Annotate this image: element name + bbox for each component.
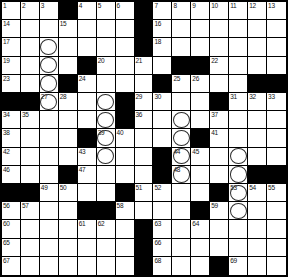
clue-number: 24 xyxy=(79,75,86,82)
white-cell[interactable] xyxy=(116,148,135,166)
white-cell[interactable]: 66 xyxy=(153,239,172,257)
white-cell[interactable]: 13 xyxy=(267,2,286,20)
white-cell[interactable] xyxy=(229,57,248,75)
clue-number: 62 xyxy=(98,220,105,227)
white-cell[interactable] xyxy=(21,148,40,166)
black-cell xyxy=(2,184,21,202)
white-cell[interactable] xyxy=(172,239,191,257)
white-cell[interactable] xyxy=(116,20,135,38)
white-cell[interactable] xyxy=(21,220,40,238)
circle-marker xyxy=(40,57,57,73)
white-cell[interactable] xyxy=(191,93,210,111)
white-cell[interactable] xyxy=(78,38,97,56)
white-cell[interactable] xyxy=(191,166,210,184)
white-cell[interactable]: 63 xyxy=(153,220,172,238)
clue-number: 1 xyxy=(3,2,6,9)
white-cell[interactable] xyxy=(172,38,191,56)
white-cell[interactable] xyxy=(116,38,135,56)
clue-number: 22 xyxy=(211,57,218,64)
white-cell[interactable] xyxy=(40,38,59,56)
clue-number: 26 xyxy=(192,75,199,82)
white-cell[interactable] xyxy=(248,111,267,129)
white-cell[interactable] xyxy=(248,38,267,56)
white-cell[interactable]: 58 xyxy=(116,202,135,220)
white-cell[interactable] xyxy=(248,239,267,257)
black-cell xyxy=(267,166,286,184)
white-cell[interactable] xyxy=(172,202,191,220)
clue-number: 11 xyxy=(230,2,236,9)
white-cell[interactable]: 41 xyxy=(210,129,229,147)
white-cell[interactable] xyxy=(97,239,116,257)
white-cell[interactable]: 25 xyxy=(172,75,191,93)
white-cell[interactable] xyxy=(135,75,154,93)
white-cell[interactable] xyxy=(248,57,267,75)
white-cell[interactable]: 10 xyxy=(210,2,229,20)
black-cell xyxy=(21,93,40,111)
white-cell[interactable]: 4 xyxy=(78,2,97,20)
white-cell[interactable] xyxy=(191,111,210,129)
white-cell[interactable]: 61 xyxy=(78,220,97,238)
clue-number: 4 xyxy=(79,2,82,9)
white-cell[interactable]: 44 xyxy=(172,148,191,166)
white-cell[interactable] xyxy=(229,38,248,56)
white-cell[interactable] xyxy=(78,111,97,129)
white-cell[interactable]: 55 xyxy=(267,184,286,202)
white-cell[interactable]: 38 xyxy=(2,129,21,147)
circle-marker xyxy=(97,148,114,164)
white-cell[interactable]: 14 xyxy=(2,20,21,38)
clue-number: 40 xyxy=(117,129,124,136)
clue-number: 47 xyxy=(79,166,86,173)
white-cell[interactable] xyxy=(191,239,210,257)
white-cell[interactable]: 62 xyxy=(97,220,116,238)
white-cell[interactable] xyxy=(59,257,78,275)
white-cell[interactable] xyxy=(59,148,78,166)
white-cell[interactable] xyxy=(40,220,59,238)
clue-number: 49 xyxy=(41,184,48,191)
white-cell[interactable] xyxy=(248,202,267,220)
white-cell[interactable] xyxy=(153,202,172,220)
white-cell[interactable] xyxy=(21,239,40,257)
black-cell xyxy=(78,129,97,147)
black-cell xyxy=(59,2,78,20)
clue-number: 63 xyxy=(154,220,161,227)
white-cell[interactable] xyxy=(59,129,78,147)
white-cell[interactable] xyxy=(267,148,286,166)
black-cell xyxy=(2,93,21,111)
white-cell[interactable] xyxy=(172,111,191,129)
white-cell[interactable] xyxy=(229,75,248,93)
white-cell[interactable]: 5 xyxy=(97,2,116,20)
clue-number: 36 xyxy=(136,111,143,118)
white-cell[interactable] xyxy=(229,220,248,238)
white-cell[interactable]: 23 xyxy=(2,75,21,93)
white-cell[interactable] xyxy=(191,257,210,275)
clue-number: 16 xyxy=(154,20,161,27)
white-cell[interactable]: 45 xyxy=(191,148,210,166)
white-cell[interactable]: 30 xyxy=(153,93,172,111)
white-cell[interactable] xyxy=(229,239,248,257)
white-cell[interactable] xyxy=(172,184,191,202)
clue-number: 65 xyxy=(3,239,10,246)
white-cell[interactable]: 57 xyxy=(21,202,40,220)
black-cell xyxy=(21,184,40,202)
clue-number: 6 xyxy=(117,2,120,9)
white-cell[interactable]: 69 xyxy=(229,257,248,275)
clue-number: 46 xyxy=(3,166,10,173)
white-cell[interactable]: 56 xyxy=(2,202,21,220)
white-cell[interactable]: 54 xyxy=(248,184,267,202)
white-cell[interactable] xyxy=(78,239,97,257)
clue-number: 2 xyxy=(22,2,25,9)
white-cell[interactable]: 22 xyxy=(210,57,229,75)
black-cell xyxy=(135,38,154,56)
black-cell xyxy=(248,75,267,93)
black-cell xyxy=(135,257,154,275)
white-cell[interactable]: 50 xyxy=(59,184,78,202)
white-cell[interactable] xyxy=(248,20,267,38)
black-cell xyxy=(97,202,116,220)
circle-marker xyxy=(173,130,190,146)
clue-number: 41 xyxy=(211,129,218,136)
clue-number: 42 xyxy=(3,148,10,155)
clue-number: 39 xyxy=(98,129,105,136)
white-cell[interactable] xyxy=(59,202,78,220)
clue-number: 59 xyxy=(211,202,218,209)
white-cell[interactable] xyxy=(210,20,229,38)
white-cell[interactable] xyxy=(21,166,40,184)
white-cell[interactable] xyxy=(78,20,97,38)
clue-number: 61 xyxy=(79,220,86,227)
white-cell[interactable] xyxy=(191,38,210,56)
white-cell[interactable]: 27 xyxy=(40,93,59,111)
white-cell[interactable]: 8 xyxy=(172,2,191,20)
clue-number: 13 xyxy=(268,2,275,9)
clue-number: 37 xyxy=(211,111,218,118)
white-cell[interactable]: 34 xyxy=(2,111,21,129)
white-cell[interactable] xyxy=(267,111,286,129)
white-cell[interactable] xyxy=(97,257,116,275)
clue-number: 14 xyxy=(3,20,10,27)
white-cell[interactable]: 42 xyxy=(2,148,21,166)
black-cell xyxy=(135,2,154,20)
white-cell[interactable] xyxy=(40,75,59,93)
clue-number: 58 xyxy=(117,202,124,209)
white-cell[interactable] xyxy=(267,257,286,275)
white-cell[interactable] xyxy=(267,57,286,75)
white-cell[interactable]: 43 xyxy=(78,148,97,166)
black-cell xyxy=(135,239,154,257)
clue-number: 33 xyxy=(268,93,275,100)
clue-number: 23 xyxy=(3,75,10,82)
clue-number: 3 xyxy=(41,2,44,9)
white-cell[interactable] xyxy=(40,111,59,129)
white-cell[interactable]: 1 xyxy=(2,2,21,20)
white-cell[interactable]: 47 xyxy=(78,166,97,184)
white-cell[interactable] xyxy=(267,38,286,56)
white-cell[interactable] xyxy=(40,148,59,166)
black-cell xyxy=(210,184,229,202)
white-cell[interactable] xyxy=(97,93,116,111)
white-cell[interactable] xyxy=(153,57,172,75)
white-cell[interactable] xyxy=(210,239,229,257)
clue-number: 52 xyxy=(154,184,161,191)
white-cell[interactable] xyxy=(116,257,135,275)
white-cell[interactable]: 37 xyxy=(210,111,229,129)
white-cell[interactable]: 31 xyxy=(229,93,248,111)
white-cell[interactable]: 68 xyxy=(153,257,172,275)
clue-number: 12 xyxy=(249,2,256,9)
clue-number: 35 xyxy=(22,111,29,118)
black-cell xyxy=(135,220,154,238)
white-cell[interactable] xyxy=(210,148,229,166)
white-cell[interactable]: 33 xyxy=(267,93,286,111)
white-cell[interactable] xyxy=(135,148,154,166)
white-cell[interactable] xyxy=(97,184,116,202)
clue-number: 69 xyxy=(230,257,237,264)
white-cell[interactable]: 65 xyxy=(2,239,21,257)
white-cell[interactable]: 32 xyxy=(248,93,267,111)
clue-number: 15 xyxy=(60,20,67,27)
white-cell[interactable]: 35 xyxy=(21,111,40,129)
clue-number: 67 xyxy=(3,257,10,264)
white-cell[interactable] xyxy=(97,20,116,38)
white-cell[interactable] xyxy=(210,220,229,238)
white-cell[interactable] xyxy=(40,166,59,184)
white-cell[interactable] xyxy=(40,57,59,75)
black-cell xyxy=(153,148,172,166)
clue-number: 50 xyxy=(60,184,67,191)
black-cell xyxy=(191,202,210,220)
white-cell[interactable] xyxy=(267,220,286,238)
clue-number: 28 xyxy=(60,93,67,100)
clue-number: 54 xyxy=(249,184,256,191)
black-cell xyxy=(78,57,97,75)
white-cell[interactable] xyxy=(78,257,97,275)
white-cell[interactable] xyxy=(229,111,248,129)
clue-number: 45 xyxy=(192,148,199,155)
white-cell[interactable]: 46 xyxy=(2,166,21,184)
white-cell[interactable] xyxy=(97,148,116,166)
white-cell[interactable] xyxy=(210,75,229,93)
white-cell[interactable]: 59 xyxy=(210,202,229,220)
circle-marker xyxy=(40,39,57,55)
clue-number: 43 xyxy=(79,148,86,155)
white-cell[interactable] xyxy=(21,20,40,38)
circle-marker xyxy=(40,75,57,91)
white-cell[interactable] xyxy=(21,38,40,56)
white-cell[interactable] xyxy=(78,93,97,111)
circle-marker xyxy=(230,203,247,219)
white-cell[interactable] xyxy=(59,239,78,257)
clue-number: 64 xyxy=(192,220,199,227)
clue-number: 53 xyxy=(230,184,237,191)
white-cell[interactable]: 7 xyxy=(153,2,172,20)
white-cell[interactable]: 48 xyxy=(172,166,191,184)
clue-number: 56 xyxy=(3,202,10,209)
white-cell[interactable] xyxy=(40,257,59,275)
black-cell xyxy=(116,93,135,111)
clue-number: 7 xyxy=(154,2,157,9)
white-cell[interactable] xyxy=(78,184,97,202)
white-cell[interactable] xyxy=(135,202,154,220)
white-cell[interactable]: 36 xyxy=(135,111,154,129)
white-cell[interactable]: 3 xyxy=(40,2,59,20)
black-cell xyxy=(116,111,135,129)
white-cell[interactable] xyxy=(40,239,59,257)
black-cell xyxy=(59,166,78,184)
white-cell[interactable] xyxy=(191,20,210,38)
white-cell[interactable] xyxy=(116,57,135,75)
white-cell[interactable] xyxy=(267,239,286,257)
white-cell[interactable]: 24 xyxy=(78,75,97,93)
white-cell[interactable] xyxy=(59,111,78,129)
clue-number: 66 xyxy=(154,239,161,246)
clue-number: 20 xyxy=(98,57,105,64)
black-cell xyxy=(267,75,286,93)
black-cell xyxy=(210,93,229,111)
white-cell[interactable]: 6 xyxy=(116,2,135,20)
clue-number: 55 xyxy=(268,184,275,191)
clue-number: 48 xyxy=(173,166,180,173)
white-cell[interactable]: 28 xyxy=(59,93,78,111)
black-cell xyxy=(210,257,229,275)
white-cell[interactable]: 67 xyxy=(2,257,21,275)
black-cell xyxy=(78,202,97,220)
white-cell[interactable] xyxy=(210,38,229,56)
white-cell[interactable] xyxy=(267,202,286,220)
white-cell[interactable] xyxy=(172,257,191,275)
clue-number: 44 xyxy=(173,148,180,155)
clue-number: 60 xyxy=(3,220,10,227)
white-cell[interactable] xyxy=(267,129,286,147)
clue-number: 34 xyxy=(3,111,10,118)
black-cell xyxy=(153,75,172,93)
white-cell[interactable] xyxy=(97,166,116,184)
white-cell[interactable] xyxy=(116,166,135,184)
white-cell[interactable]: 53 xyxy=(229,184,248,202)
white-cell[interactable]: 26 xyxy=(191,75,210,93)
white-cell[interactable] xyxy=(267,20,286,38)
white-cell[interactable]: 39 xyxy=(97,129,116,147)
clue-number: 19 xyxy=(3,57,10,64)
clue-number: 10 xyxy=(211,2,218,9)
clue-number: 17 xyxy=(3,38,10,45)
white-cell[interactable] xyxy=(21,129,40,147)
white-cell[interactable] xyxy=(229,202,248,220)
white-cell[interactable] xyxy=(172,93,191,111)
clue-number: 25 xyxy=(173,75,180,82)
white-cell[interactable] xyxy=(229,129,248,147)
clue-number: 51 xyxy=(136,184,143,191)
black-cell xyxy=(116,184,135,202)
white-cell[interactable] xyxy=(248,148,267,166)
white-cell[interactable] xyxy=(172,129,191,147)
white-cell[interactable] xyxy=(153,129,172,147)
white-cell[interactable]: 15 xyxy=(59,20,78,38)
white-cell[interactable]: 52 xyxy=(153,184,172,202)
white-cell[interactable] xyxy=(248,129,267,147)
clue-number: 9 xyxy=(192,2,195,9)
clue-number: 57 xyxy=(22,202,29,209)
clue-number: 32 xyxy=(249,93,256,100)
black-cell xyxy=(59,75,78,93)
white-cell[interactable]: 11 xyxy=(229,2,248,20)
clue-number: 8 xyxy=(173,2,176,9)
clue-number: 38 xyxy=(3,129,10,136)
white-cell[interactable]: 16 xyxy=(153,20,172,38)
crossword-grid: 1234567891011121314151617181920212223242… xyxy=(0,0,288,277)
white-cell[interactable]: 9 xyxy=(191,2,210,20)
white-cell[interactable]: 64 xyxy=(191,220,210,238)
white-cell[interactable] xyxy=(248,220,267,238)
white-cell[interactable] xyxy=(135,166,154,184)
white-cell[interactable]: 21 xyxy=(135,57,154,75)
white-cell[interactable] xyxy=(59,220,78,238)
white-cell[interactable]: 29 xyxy=(135,93,154,111)
clue-number: 21 xyxy=(136,57,143,64)
black-cell xyxy=(135,20,154,38)
white-cell[interactable] xyxy=(135,129,154,147)
white-cell[interactable] xyxy=(97,75,116,93)
white-cell[interactable]: 51 xyxy=(135,184,154,202)
clue-number: 68 xyxy=(154,257,161,264)
white-cell[interactable]: 40 xyxy=(116,129,135,147)
black-cell xyxy=(248,166,267,184)
white-cell[interactable]: 20 xyxy=(97,57,116,75)
white-cell[interactable] xyxy=(229,20,248,38)
black-cell xyxy=(153,166,172,184)
white-cell[interactable]: 60 xyxy=(2,220,21,238)
white-cell[interactable] xyxy=(172,220,191,238)
circle-marker xyxy=(97,94,114,110)
white-cell[interactable] xyxy=(40,129,59,147)
white-cell[interactable] xyxy=(21,257,40,275)
white-cell[interactable]: 12 xyxy=(248,2,267,20)
clue-number: 29 xyxy=(136,93,143,100)
white-cell[interactable] xyxy=(59,38,78,56)
white-cell[interactable] xyxy=(40,202,59,220)
clue-number: 30 xyxy=(154,93,161,100)
white-cell[interactable] xyxy=(40,20,59,38)
white-cell[interactable] xyxy=(116,75,135,93)
white-cell[interactable] xyxy=(229,148,248,166)
white-cell[interactable] xyxy=(191,184,210,202)
white-cell[interactable]: 17 xyxy=(2,38,21,56)
white-cell[interactable] xyxy=(21,75,40,93)
white-cell[interactable] xyxy=(153,111,172,129)
black-cell xyxy=(191,57,210,75)
clue-number: 27 xyxy=(41,93,48,100)
white-cell[interactable] xyxy=(21,57,40,75)
white-cell[interactable] xyxy=(97,111,116,129)
white-cell[interactable] xyxy=(210,166,229,184)
circle-marker xyxy=(230,148,247,164)
white-cell[interactable]: 49 xyxy=(40,184,59,202)
white-cell[interactable] xyxy=(116,220,135,238)
white-cell[interactable] xyxy=(229,166,248,184)
white-cell[interactable] xyxy=(59,57,78,75)
white-cell[interactable] xyxy=(97,38,116,56)
white-cell[interactable]: 2 xyxy=(21,2,40,20)
white-cell[interactable]: 19 xyxy=(2,57,21,75)
white-cell[interactable] xyxy=(172,20,191,38)
clue-number: 5 xyxy=(98,2,101,9)
white-cell[interactable] xyxy=(116,239,135,257)
white-cell[interactable]: 18 xyxy=(153,38,172,56)
white-cell[interactable] xyxy=(248,257,267,275)
black-cell xyxy=(172,57,191,75)
